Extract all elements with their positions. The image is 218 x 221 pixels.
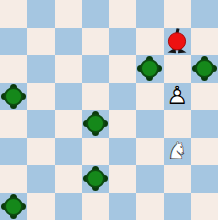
square-f6[interactable] xyxy=(136,55,163,83)
square-h6[interactable] xyxy=(191,55,218,83)
square-b7[interactable] xyxy=(27,28,54,56)
square-e7[interactable] xyxy=(109,28,136,56)
square-b5[interactable] xyxy=(27,83,54,111)
square-a5[interactable] xyxy=(0,83,27,111)
square-e5[interactable] xyxy=(109,83,136,111)
square-a3[interactable] xyxy=(0,138,27,166)
square-g6[interactable] xyxy=(164,55,191,83)
square-b3[interactable] xyxy=(27,138,54,166)
square-c5[interactable] xyxy=(55,83,82,111)
green-ball[interactable] xyxy=(86,169,105,188)
square-h4[interactable] xyxy=(191,110,218,138)
square-e8[interactable] xyxy=(109,0,136,28)
square-c6[interactable] xyxy=(55,55,82,83)
square-a6[interactable] xyxy=(0,55,27,83)
square-f8[interactable] xyxy=(136,0,163,28)
square-f7[interactable] xyxy=(136,28,163,56)
square-h3[interactable] xyxy=(191,138,218,166)
square-a4[interactable] xyxy=(0,110,27,138)
square-e2[interactable] xyxy=(109,165,136,193)
board: ♟♙♞♘ xyxy=(0,0,218,220)
square-h7[interactable] xyxy=(191,28,218,56)
square-f5[interactable] xyxy=(136,83,163,111)
square-c4[interactable] xyxy=(55,110,82,138)
green-ball[interactable] xyxy=(4,197,23,216)
square-g7[interactable] xyxy=(164,28,191,56)
square-d8[interactable] xyxy=(82,0,109,28)
white-knight[interactable]: ♞♘ xyxy=(164,138,190,164)
square-g5[interactable]: ♟♙ xyxy=(164,83,191,111)
square-d7[interactable] xyxy=(82,28,109,56)
square-d4[interactable] xyxy=(82,110,109,138)
square-g3[interactable]: ♞♘ xyxy=(164,138,191,166)
square-a1[interactable] xyxy=(0,193,27,221)
square-f3[interactable] xyxy=(136,138,163,166)
square-d5[interactable] xyxy=(82,83,109,111)
square-d3[interactable] xyxy=(82,138,109,166)
square-e3[interactable] xyxy=(109,138,136,166)
green-ball[interactable] xyxy=(86,114,105,133)
red-figure[interactable] xyxy=(165,28,189,54)
square-h5[interactable] xyxy=(191,83,218,111)
square-c7[interactable] xyxy=(55,28,82,56)
square-c3[interactable] xyxy=(55,138,82,166)
square-b4[interactable] xyxy=(27,110,54,138)
square-h2[interactable] xyxy=(191,165,218,193)
square-a8[interactable] xyxy=(0,0,27,28)
square-c8[interactable] xyxy=(55,0,82,28)
square-b8[interactable] xyxy=(27,0,54,28)
square-g2[interactable] xyxy=(164,165,191,193)
square-e1[interactable] xyxy=(109,193,136,221)
square-f2[interactable] xyxy=(136,165,163,193)
green-ball[interactable] xyxy=(195,59,214,78)
square-g1[interactable] xyxy=(164,193,191,221)
square-c1[interactable] xyxy=(55,193,82,221)
square-g4[interactable] xyxy=(164,110,191,138)
square-d1[interactable] xyxy=(82,193,109,221)
square-h8[interactable] xyxy=(191,0,218,28)
square-d2[interactable] xyxy=(82,165,109,193)
square-g8[interactable] xyxy=(164,0,191,28)
green-ball[interactable] xyxy=(4,87,23,106)
square-b1[interactable] xyxy=(27,193,54,221)
square-b2[interactable] xyxy=(27,165,54,193)
square-a7[interactable] xyxy=(0,28,27,56)
square-a2[interactable] xyxy=(0,165,27,193)
square-d6[interactable] xyxy=(82,55,109,83)
square-f4[interactable] xyxy=(136,110,163,138)
green-ball[interactable] xyxy=(140,59,159,78)
square-h1[interactable] xyxy=(191,193,218,221)
square-e4[interactable] xyxy=(109,110,136,138)
square-e6[interactable] xyxy=(109,55,136,83)
white-pawn[interactable]: ♟♙ xyxy=(164,83,190,109)
square-c2[interactable] xyxy=(55,165,82,193)
square-f1[interactable] xyxy=(136,193,163,221)
square-b6[interactable] xyxy=(27,55,54,83)
